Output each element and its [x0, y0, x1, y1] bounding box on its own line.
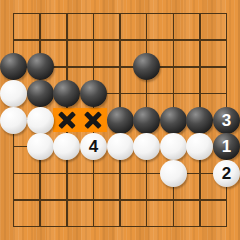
black-stone: [53, 80, 80, 107]
grid-line-horizontal: [13, 226, 228, 228]
white-stone: [53, 133, 80, 160]
black-stone: [80, 80, 107, 107]
move-number-3-black-stone: 3: [213, 107, 240, 134]
black-stone: [107, 107, 134, 134]
x-mark: [82, 109, 104, 131]
white-stone: [160, 160, 187, 187]
black-stone: [133, 107, 160, 134]
white-stone: [107, 133, 134, 160]
white-stone: [0, 107, 27, 134]
white-stone: [133, 133, 160, 160]
white-stone: [27, 107, 54, 134]
black-stone: [27, 53, 54, 80]
white-stone: [160, 133, 187, 160]
black-stone: [27, 80, 54, 107]
black-stone: [186, 107, 213, 134]
black-stone: [133, 53, 160, 80]
black-stone: [0, 53, 27, 80]
move-number-4-white-stone: 4: [80, 133, 107, 160]
black-stone: [160, 107, 187, 134]
white-stone: [0, 80, 27, 107]
x-mark: [56, 109, 78, 131]
white-stone: [186, 133, 213, 160]
move-number-1-black-stone: 1: [213, 133, 240, 160]
go-board[interactable]: 3412: [0, 0, 240, 240]
grid-line-horizontal: [13, 173, 228, 175]
white-stone: [27, 133, 54, 160]
move-number-2-white-stone: 2: [213, 160, 240, 187]
grid-line-horizontal: [13, 199, 228, 201]
